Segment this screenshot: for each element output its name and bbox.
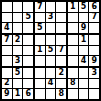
sudoku-cell-r2c2[interactable] xyxy=(13,13,23,23)
sudoku-cell-r9c8[interactable] xyxy=(79,89,89,99)
sudoku-cell-r1c3[interactable] xyxy=(23,2,33,12)
sudoku-cell-r5c8[interactable] xyxy=(79,46,89,56)
sudoku-given-r4c1: 7 xyxy=(2,35,12,45)
sudoku-cell-r8c3[interactable] xyxy=(23,79,33,89)
sudoku-cell-r7c5[interactable] xyxy=(46,68,56,78)
sudoku-given-r3c4: 5 xyxy=(35,23,45,33)
sudoku-cell-r7c1[interactable] xyxy=(2,68,12,78)
sudoku-cell-r1c2[interactable] xyxy=(13,2,23,12)
sudoku-given-r6c8: 4 xyxy=(79,56,89,66)
sudoku-cell-r3c5[interactable] xyxy=(46,23,56,33)
sudoku-cell-r7c8[interactable] xyxy=(79,68,89,78)
sudoku-given-r4c8: 1 xyxy=(79,35,89,45)
sudoku-cell-r8c2[interactable] xyxy=(13,79,23,89)
sudoku-cell-r2c7[interactable] xyxy=(68,13,78,23)
sudoku-given-r1c8: 5 xyxy=(79,2,89,12)
sudoku-cell-r1c1[interactable] xyxy=(2,2,12,12)
sudoku-given-r9c6: 8 xyxy=(56,89,66,99)
sudoku-cell-r3c3[interactable] xyxy=(23,23,33,33)
sudoku-cell-r2c8[interactable] xyxy=(79,13,89,23)
sudoku-given-r5c6: 7 xyxy=(56,46,66,56)
sudoku-given-r2c3: 5 xyxy=(23,13,33,23)
sudoku-cell-r9c7[interactable] xyxy=(68,89,78,99)
sudoku-box-1-2: 149 xyxy=(68,35,99,66)
sudoku-given-r9c2: 1 xyxy=(13,89,23,99)
sudoku-cell-r1c5[interactable] xyxy=(46,2,56,12)
sudoku-cell-r7c7[interactable] xyxy=(68,68,78,78)
sudoku-box-2-1: 248 xyxy=(35,68,66,99)
sudoku-given-r9c3: 6 xyxy=(23,89,33,99)
sudoku-given-r5c4: 1 xyxy=(35,46,45,56)
sudoku-cell-r5c2[interactable] xyxy=(13,46,23,56)
sudoku-cell-r4c5[interactable] xyxy=(46,35,56,45)
sudoku-given-r1c9: 6 xyxy=(89,2,99,12)
sudoku-cell-r6c1[interactable] xyxy=(2,56,12,66)
sudoku-cell-r9c4[interactable] xyxy=(35,89,45,99)
sudoku-given-r6c9: 9 xyxy=(89,56,99,66)
sudoku-given-r8c1: 2 xyxy=(2,79,12,89)
sudoku-cell-r2c4[interactable] xyxy=(35,13,45,23)
sudoku-cell-r3c2[interactable] xyxy=(13,23,23,33)
sudoku-cell-r4c6[interactable] xyxy=(56,35,66,45)
sudoku-given-r6c2: 3 xyxy=(13,56,23,66)
sudoku-given-r3c1: 4 xyxy=(2,23,12,33)
sudoku-cell-r5c1[interactable] xyxy=(2,46,12,56)
sudoku-given-r1c4: 7 xyxy=(35,2,45,12)
sudoku-cell-r8c8[interactable] xyxy=(79,79,89,89)
sudoku-cell-r6c3[interactable] xyxy=(23,56,33,66)
sudoku-box-1-0: 723 xyxy=(2,35,33,66)
sudoku-given-r7c6: 2 xyxy=(56,68,66,78)
sudoku-given-r9c1: 9 xyxy=(2,89,12,99)
sudoku-given-r4c2: 2 xyxy=(13,35,23,45)
sudoku-cell-r1c6[interactable] xyxy=(56,2,66,12)
sudoku-cell-r6c7[interactable] xyxy=(68,56,78,66)
sudoku-cell-r3c7[interactable] xyxy=(68,23,78,33)
sudoku-cell-r4c9[interactable] xyxy=(89,35,99,45)
sudoku-cell-r4c3[interactable] xyxy=(23,35,33,45)
sudoku-box-0-0: 54 xyxy=(2,2,33,33)
sudoku-cell-r9c9[interactable] xyxy=(89,89,99,99)
sudoku-given-r2c9: 7 xyxy=(89,13,99,23)
sudoku-cell-r2c1[interactable] xyxy=(2,13,12,23)
sudoku-cell-r7c3[interactable] xyxy=(23,68,33,78)
sudoku-given-r1c7: 1 xyxy=(68,2,78,12)
sudoku-given-r3c8: 9 xyxy=(79,23,89,33)
sudoku-cell-r5c3[interactable] xyxy=(23,46,33,56)
sudoku-box-2-0: 52916 xyxy=(2,68,33,99)
sudoku-cell-r2c6[interactable] xyxy=(56,13,66,23)
sudoku-cell-r8c6[interactable] xyxy=(56,79,66,89)
sudoku-cell-r9c5[interactable] xyxy=(46,89,56,99)
sudoku-box-0-1: 735 xyxy=(35,2,66,33)
sudoku-given-r8c5: 4 xyxy=(46,79,56,89)
sudoku-cell-r6c6[interactable] xyxy=(56,56,66,66)
sudoku-given-r8c7: 8 xyxy=(68,79,78,89)
sudoku-cell-r6c5[interactable] xyxy=(46,56,56,66)
sudoku-cell-r5c9[interactable] xyxy=(89,46,99,56)
sudoku-board: 54735156797231571495291624838 xyxy=(0,0,101,101)
sudoku-cell-r5c7[interactable] xyxy=(68,46,78,56)
sudoku-box-1-1: 157 xyxy=(35,35,66,66)
sudoku-cell-r3c9[interactable] xyxy=(89,23,99,33)
sudoku-given-r7c2: 5 xyxy=(13,68,23,78)
sudoku-cell-r3c6[interactable] xyxy=(56,23,66,33)
sudoku-cell-r4c4[interactable] xyxy=(35,35,45,45)
sudoku-box-0-2: 15679 xyxy=(68,2,99,33)
sudoku-cell-r8c4[interactable] xyxy=(35,79,45,89)
sudoku-cell-r6c4[interactable] xyxy=(35,56,45,66)
sudoku-cell-r8c9[interactable] xyxy=(89,79,99,89)
sudoku-cell-r7c4[interactable] xyxy=(35,68,45,78)
sudoku-box-2-2: 38 xyxy=(68,68,99,99)
sudoku-given-r5c5: 5 xyxy=(46,46,56,56)
sudoku-given-r2c5: 3 xyxy=(46,13,56,23)
sudoku-cell-r4c7[interactable] xyxy=(68,35,78,45)
sudoku-given-r7c9: 3 xyxy=(89,68,99,78)
